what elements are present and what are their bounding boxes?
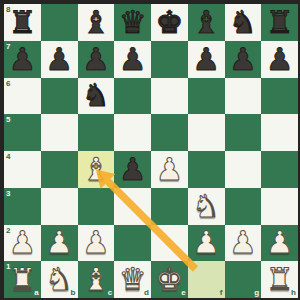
- square-d5[interactable]: [114, 114, 151, 151]
- square-a8[interactable]: 8♜: [4, 4, 41, 41]
- square-c2[interactable]: ♟: [78, 225, 115, 262]
- square-c5[interactable]: [78, 114, 115, 151]
- white-pawn[interactable]: ♟: [188, 225, 225, 262]
- square-d7[interactable]: ♟: [114, 41, 151, 78]
- square-a2[interactable]: 2♟: [4, 225, 41, 262]
- white-pawn[interactable]: ♟: [4, 225, 41, 262]
- black-pawn[interactable]: ♟: [188, 41, 225, 78]
- square-e2[interactable]: [151, 225, 188, 262]
- square-f6[interactable]: [188, 78, 225, 115]
- black-pawn[interactable]: ♟: [4, 41, 41, 78]
- square-d8[interactable]: ♛: [114, 4, 151, 41]
- square-h4[interactable]: [261, 151, 298, 188]
- square-e5[interactable]: [151, 114, 188, 151]
- square-a1[interactable]: 1a♜: [4, 261, 41, 298]
- white-pawn[interactable]: ♟: [261, 225, 298, 262]
- square-d3[interactable]: [114, 188, 151, 225]
- square-b1[interactable]: b♞: [41, 261, 78, 298]
- square-c1[interactable]: c♝: [78, 261, 115, 298]
- square-g8[interactable]: ♞: [225, 4, 262, 41]
- square-a7[interactable]: 7♟: [4, 41, 41, 78]
- black-king[interactable]: ♚: [151, 4, 188, 41]
- white-pawn[interactable]: ♟: [225, 225, 262, 262]
- rank-label-6: 6: [6, 80, 10, 88]
- square-h7[interactable]: ♟: [261, 41, 298, 78]
- white-rook[interactable]: ♜: [4, 261, 41, 298]
- black-bishop[interactable]: ♝: [188, 4, 225, 41]
- square-g2[interactable]: ♟: [225, 225, 262, 262]
- white-bishop[interactable]: ♝: [78, 261, 115, 298]
- white-bishop[interactable]: ♝: [78, 151, 115, 188]
- square-f3[interactable]: ♞: [188, 188, 225, 225]
- black-bishop[interactable]: ♝: [78, 4, 115, 41]
- black-knight[interactable]: ♞: [225, 4, 262, 41]
- white-pawn[interactable]: ♟: [41, 225, 78, 262]
- square-e3[interactable]: [151, 188, 188, 225]
- rank-label-4: 4: [6, 153, 10, 161]
- white-pawn[interactable]: ♟: [78, 225, 115, 262]
- square-b3[interactable]: [41, 188, 78, 225]
- square-c8[interactable]: ♝: [78, 4, 115, 41]
- black-pawn[interactable]: ♟: [261, 41, 298, 78]
- black-rook[interactable]: ♜: [4, 4, 41, 41]
- white-king[interactable]: ♚: [151, 261, 188, 298]
- square-h6[interactable]: [261, 78, 298, 115]
- square-h8[interactable]: ♜: [261, 4, 298, 41]
- square-h1[interactable]: h♜: [261, 261, 298, 298]
- square-e1[interactable]: e♚: [151, 261, 188, 298]
- square-b8[interactable]: [41, 4, 78, 41]
- square-g5[interactable]: [225, 114, 262, 151]
- square-a5[interactable]: 5: [4, 114, 41, 151]
- square-d4[interactable]: ♟: [114, 151, 151, 188]
- black-pawn[interactable]: ♟: [114, 151, 151, 188]
- square-h5[interactable]: [261, 114, 298, 151]
- square-c7[interactable]: ♟: [78, 41, 115, 78]
- square-g4[interactable]: [225, 151, 262, 188]
- square-h2[interactable]: ♟: [261, 225, 298, 262]
- white-knight[interactable]: ♞: [41, 261, 78, 298]
- black-pawn[interactable]: ♟: [225, 41, 262, 78]
- square-f1[interactable]: f: [188, 261, 225, 298]
- square-e7[interactable]: [151, 41, 188, 78]
- square-g6[interactable]: [225, 78, 262, 115]
- square-b6[interactable]: [41, 78, 78, 115]
- square-g7[interactable]: ♟: [225, 41, 262, 78]
- square-a4[interactable]: 4: [4, 151, 41, 188]
- square-c3[interactable]: [78, 188, 115, 225]
- square-d1[interactable]: d♛: [114, 261, 151, 298]
- square-h3[interactable]: [261, 188, 298, 225]
- black-pawn[interactable]: ♟: [41, 41, 78, 78]
- white-rook[interactable]: ♜: [261, 261, 298, 298]
- square-c4[interactable]: ♝: [78, 151, 115, 188]
- rank-label-5: 5: [6, 116, 10, 124]
- square-b2[interactable]: ♟: [41, 225, 78, 262]
- square-g1[interactable]: g: [225, 261, 262, 298]
- rank-label-3: 3: [6, 190, 10, 198]
- square-d2[interactable]: [114, 225, 151, 262]
- square-b5[interactable]: [41, 114, 78, 151]
- square-e4[interactable]: ♟: [151, 151, 188, 188]
- square-b4[interactable]: [41, 151, 78, 188]
- file-label-f: f: [220, 289, 223, 297]
- square-d6[interactable]: [114, 78, 151, 115]
- white-queen[interactable]: ♛: [114, 261, 151, 298]
- square-f2[interactable]: ♟: [188, 225, 225, 262]
- square-f8[interactable]: ♝: [188, 4, 225, 41]
- square-a6[interactable]: 6: [4, 78, 41, 115]
- board-frame: 8♜♝♛♚♝♞♜7♟♟♟♟♟♟♟6♞54♝♟♟3♞2♟♟♟♟♟♟1a♜b♞c♝d…: [0, 0, 300, 300]
- square-f7[interactable]: ♟: [188, 41, 225, 78]
- square-e8[interactable]: ♚: [151, 4, 188, 41]
- square-g3[interactable]: [225, 188, 262, 225]
- black-knight[interactable]: ♞: [78, 78, 115, 115]
- square-a3[interactable]: 3: [4, 188, 41, 225]
- square-f5[interactable]: [188, 114, 225, 151]
- white-knight[interactable]: ♞: [188, 188, 225, 225]
- square-e6[interactable]: [151, 78, 188, 115]
- black-rook[interactable]: ♜: [261, 4, 298, 41]
- file-label-g: g: [254, 289, 259, 297]
- black-pawn[interactable]: ♟: [114, 41, 151, 78]
- chess-board: 8♜♝♛♚♝♞♜7♟♟♟♟♟♟♟6♞54♝♟♟3♞2♟♟♟♟♟♟1a♜b♞c♝d…: [4, 4, 298, 298]
- square-f4[interactable]: [188, 151, 225, 188]
- square-b7[interactable]: ♟: [41, 41, 78, 78]
- white-pawn[interactable]: ♟: [151, 151, 188, 188]
- black-queen[interactable]: ♛: [114, 4, 151, 41]
- black-pawn[interactable]: ♟: [78, 41, 115, 78]
- square-c6[interactable]: ♞: [78, 78, 115, 115]
